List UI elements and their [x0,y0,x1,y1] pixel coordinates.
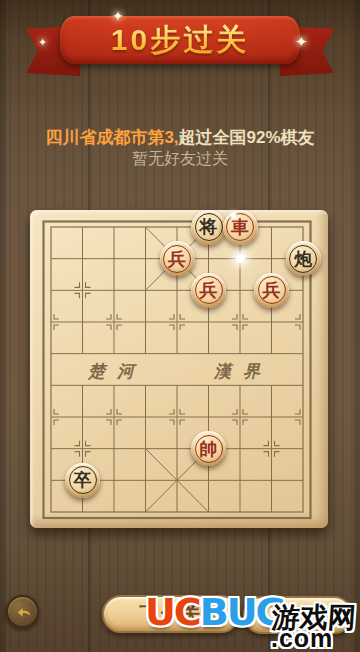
piece-black-soldier[interactable]: 卒 [65,463,100,498]
piece-black-cannon[interactable]: 炮 [286,241,321,276]
sparkle-star-icon: ✦ [38,36,47,49]
piece-glyph: 兵 [195,276,223,304]
piece-glyph: 将 [195,213,223,241]
sparkle-star-icon: ✦ [295,33,308,51]
river-label-han: 漢界 [214,360,272,383]
share-button[interactable]: 分享 [243,596,353,634]
app-screen: 10步过关 ✦✦✦ 四川省成都市第3,超过全国92%棋友 暂无好友过关 楚河 漢… [0,0,360,652]
xiangqi-board[interactable]: 楚河 漢界 将車兵炮兵兵帥卒 [30,210,328,528]
level-goal-title: 10步过关 [111,20,249,61]
piece-red-soldier[interactable]: 兵 [191,273,226,308]
piece-black-general[interactable]: 将 [191,210,226,245]
ranking-line2: 暂无好友过关 [0,149,360,170]
sparkle-dot [236,254,245,263]
ranking-rest: 超过全国92%棋友 [179,128,315,147]
piece-glyph: 帥 [195,435,223,463]
back-button[interactable] [6,595,39,628]
piece-red-soldier[interactable]: 兵 [254,273,289,308]
piece-glyph: 炮 [289,245,317,273]
piece-glyph: 兵 [163,245,191,273]
level-banner: 10步过关 [60,16,300,64]
next-level-label: 下一关 [140,601,203,627]
share-label: 分享 [277,602,319,628]
river-label-chu: 楚河 [88,360,146,383]
piece-glyph: 車 [226,213,254,241]
piece-red-general[interactable]: 帥 [191,431,226,466]
next-level-button[interactable]: 下一关 [102,595,240,633]
piece-glyph: 卒 [69,466,97,494]
piece-glyph: 兵 [258,276,286,304]
ranking-highlight: 四川省成都市第3, [45,128,178,147]
piece-red-soldier[interactable]: 兵 [160,241,195,276]
mini-sparkle [231,213,236,218]
piece-red-chariot[interactable]: 車 [223,210,258,245]
sparkle-star-icon: ✦ [112,8,124,24]
ranking-line1: 四川省成都市第3,超过全国92%棋友 [0,126,360,149]
return-arrow-icon [13,602,33,622]
